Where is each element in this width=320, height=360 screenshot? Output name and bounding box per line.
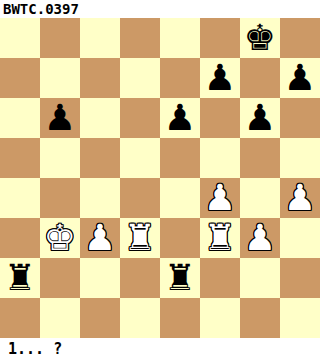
square-b7[interactable]	[40, 58, 80, 98]
square-b4[interactable]	[40, 178, 80, 218]
square-e3[interactable]	[160, 218, 200, 258]
square-b1[interactable]	[40, 298, 80, 338]
square-f7[interactable]: ♟	[200, 58, 240, 98]
white-pawn: ♟	[204, 178, 236, 218]
square-g2[interactable]	[240, 258, 280, 298]
square-a3[interactable]	[0, 218, 40, 258]
square-f2[interactable]	[200, 258, 240, 298]
square-d1[interactable]	[120, 298, 160, 338]
square-f8[interactable]	[200, 18, 240, 58]
black-rook: ♜	[164, 258, 196, 298]
square-d5[interactable]	[120, 138, 160, 178]
square-e1[interactable]	[160, 298, 200, 338]
square-g7[interactable]	[240, 58, 280, 98]
square-c1[interactable]	[80, 298, 120, 338]
square-a1[interactable]	[0, 298, 40, 338]
black-pawn: ♟	[284, 58, 316, 98]
square-g3[interactable]: ♟	[240, 218, 280, 258]
move-prompt: 1... ?	[0, 338, 320, 360]
square-a6[interactable]	[0, 98, 40, 138]
square-a4[interactable]	[0, 178, 40, 218]
square-e6[interactable]: ♟	[160, 98, 200, 138]
square-e7[interactable]	[160, 58, 200, 98]
chess-diagram-window: BWTC.0397 ♚♟♟♟♟♟♟♟♚♟♜♜♟♜♜ 1... ?	[0, 0, 320, 360]
square-d7[interactable]	[120, 58, 160, 98]
white-pawn: ♟	[284, 178, 316, 218]
square-b6[interactable]: ♟	[40, 98, 80, 138]
white-pawn: ♟	[84, 218, 116, 258]
black-pawn: ♟	[244, 98, 276, 138]
square-d3[interactable]: ♜	[120, 218, 160, 258]
square-a2[interactable]: ♜	[0, 258, 40, 298]
square-d6[interactable]	[120, 98, 160, 138]
square-d8[interactable]	[120, 18, 160, 58]
square-g1[interactable]	[240, 298, 280, 338]
square-a5[interactable]	[0, 138, 40, 178]
square-h5[interactable]	[280, 138, 320, 178]
square-h1[interactable]	[280, 298, 320, 338]
square-a7[interactable]	[0, 58, 40, 98]
square-h6[interactable]	[280, 98, 320, 138]
square-g8[interactable]: ♚	[240, 18, 280, 58]
white-rook: ♜	[124, 218, 156, 258]
square-c3[interactable]: ♟	[80, 218, 120, 258]
square-h2[interactable]	[280, 258, 320, 298]
square-h4[interactable]: ♟	[280, 178, 320, 218]
square-c8[interactable]	[80, 18, 120, 58]
square-h8[interactable]	[280, 18, 320, 58]
square-d2[interactable]	[120, 258, 160, 298]
square-b3[interactable]: ♚	[40, 218, 80, 258]
square-e2[interactable]: ♜	[160, 258, 200, 298]
square-f1[interactable]	[200, 298, 240, 338]
square-f3[interactable]: ♜	[200, 218, 240, 258]
square-c2[interactable]	[80, 258, 120, 298]
square-g5[interactable]	[240, 138, 280, 178]
square-g4[interactable]	[240, 178, 280, 218]
square-e4[interactable]	[160, 178, 200, 218]
diagram-title: BWTC.0397	[0, 0, 320, 18]
square-d4[interactable]	[120, 178, 160, 218]
square-h7[interactable]: ♟	[280, 58, 320, 98]
black-king: ♚	[244, 18, 276, 58]
square-b5[interactable]	[40, 138, 80, 178]
chess-board: ♚♟♟♟♟♟♟♟♚♟♜♜♟♜♜	[0, 18, 320, 338]
square-f4[interactable]: ♟	[200, 178, 240, 218]
black-rook: ♜	[4, 258, 36, 298]
black-pawn: ♟	[204, 58, 236, 98]
square-e8[interactable]	[160, 18, 200, 58]
square-g6[interactable]: ♟	[240, 98, 280, 138]
square-f5[interactable]	[200, 138, 240, 178]
white-rook: ♜	[204, 218, 236, 258]
white-king: ♚	[44, 218, 76, 258]
white-pawn: ♟	[244, 218, 276, 258]
square-b8[interactable]	[40, 18, 80, 58]
square-f6[interactable]	[200, 98, 240, 138]
square-h3[interactable]	[280, 218, 320, 258]
square-e5[interactable]	[160, 138, 200, 178]
black-pawn: ♟	[164, 98, 196, 138]
square-c7[interactable]	[80, 58, 120, 98]
square-c5[interactable]	[80, 138, 120, 178]
black-pawn: ♟	[44, 98, 76, 138]
square-b2[interactable]	[40, 258, 80, 298]
square-c6[interactable]	[80, 98, 120, 138]
square-a8[interactable]	[0, 18, 40, 58]
square-c4[interactable]	[80, 178, 120, 218]
